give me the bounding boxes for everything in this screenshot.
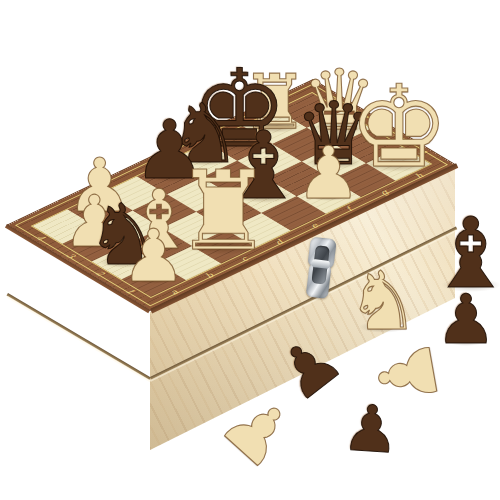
piece-bP-off6: ♟ <box>319 395 423 466</box>
product-photo-chess-box: abcdefgh 4321 4321 ♟♞♟♝♟♜♟♝♞♟♚♛♜♚♛♞♝♟♟♟♟… <box>0 0 500 500</box>
piece-shadow <box>448 338 483 346</box>
